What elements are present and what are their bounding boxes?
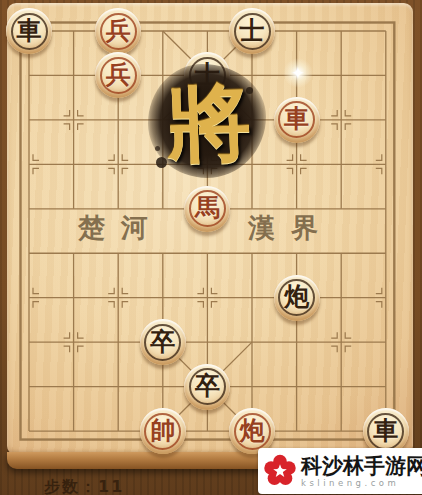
- watermark-badge: 科沙林手游网 kslineng.com: [258, 448, 422, 494]
- piece-label: 帥: [140, 407, 186, 453]
- sparkle-effect-icon: ✦: [281, 56, 315, 90]
- piece-black-soldier[interactable]: 卒: [140, 319, 186, 365]
- piece-black-cannon[interactable]: 炮: [274, 275, 320, 321]
- steps-counter-label: 步数：11: [44, 477, 124, 495]
- piece-black-advisor[interactable]: 士: [229, 8, 275, 54]
- piece-label: 兵: [95, 7, 141, 53]
- piece-label: 車: [274, 95, 320, 141]
- river-label-han-jie: 漢界: [228, 211, 338, 245]
- piece-label: 馬: [184, 184, 230, 230]
- piece-label: 炮: [274, 273, 320, 319]
- piece-label: 車: [363, 407, 409, 453]
- piece-black-chariot[interactable]: 車: [6, 8, 52, 54]
- piece-label: 兵: [95, 51, 141, 97]
- game-screen: 楚河 漢界 車兵士兵士將車馬炮卒卒帥炮車 ✦ 將 步数：11 科沙林手游网 ks…: [0, 0, 422, 495]
- check-banner-character: 將: [166, 80, 253, 167]
- check-banner-effect: 將: [148, 64, 266, 178]
- river-label-chu-he: 楚河: [58, 211, 168, 245]
- piece-red-soldier[interactable]: 兵: [95, 8, 141, 54]
- watermark-text: 科沙林手游网 kslineng.com: [301, 453, 422, 489]
- piece-red-general[interactable]: 帥: [140, 408, 186, 454]
- piece-black-soldier[interactable]: 卒: [184, 364, 230, 410]
- piece-label: 炮: [229, 407, 275, 453]
- watermark-site-name: 科沙林手游网: [301, 453, 422, 478]
- piece-label: 卒: [140, 318, 186, 364]
- piece-red-soldier[interactable]: 兵: [95, 52, 141, 98]
- piece-red-horse[interactable]: 馬: [184, 186, 230, 232]
- watermark-site-url: kslineng.com: [301, 478, 422, 489]
- plum-blossom-icon: [263, 454, 297, 488]
- piece-red-chariot[interactable]: 車: [274, 97, 320, 143]
- piece-label: 卒: [184, 362, 230, 408]
- piece-label: 車: [6, 7, 52, 53]
- piece-label: 士: [229, 7, 275, 53]
